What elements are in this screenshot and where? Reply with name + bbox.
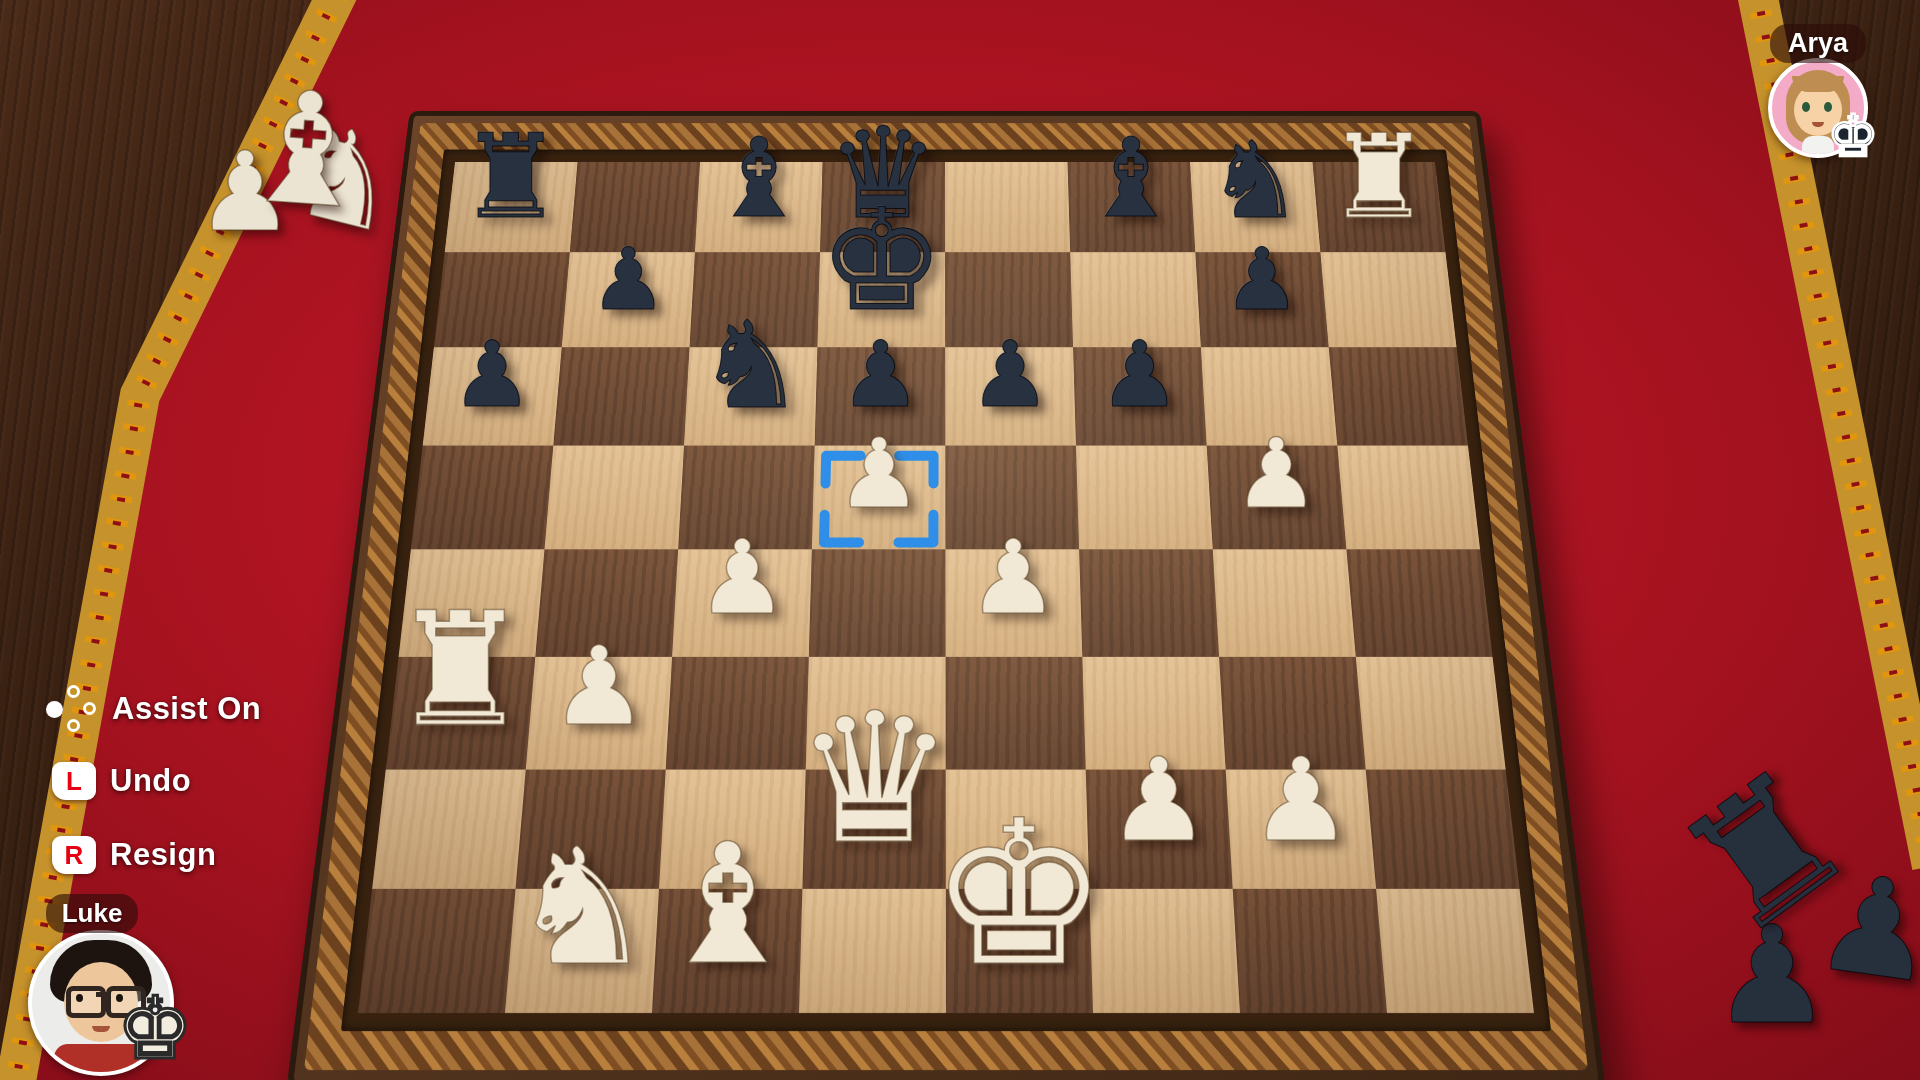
white-king-e1[interactable]: ♚ xyxy=(929,794,1109,994)
black-pawn-a6[interactable]: ♟ xyxy=(451,329,533,420)
black-pawn-g7[interactable]: ♟ xyxy=(1224,237,1301,323)
black-pawn-d6[interactable]: ♟ xyxy=(840,329,922,420)
black-pawn-b7[interactable]: ♟ xyxy=(590,237,667,323)
arya-bangs xyxy=(1792,76,1844,92)
white-pawn-c4[interactable]: ♟ xyxy=(696,527,788,630)
player-name-top: Arya xyxy=(1770,24,1866,63)
r-button-badge: R xyxy=(52,836,96,874)
player-name-bottom: Luke xyxy=(46,894,138,933)
black-pawn-f6[interactable]: ♟ xyxy=(1099,329,1181,420)
white-pawn-f2[interactable]: ♟ xyxy=(1107,743,1210,858)
l-button-badge: L xyxy=(52,762,96,800)
black-pawn-e6[interactable]: ♟ xyxy=(969,329,1051,420)
white-pawn-d5[interactable]: ♟ xyxy=(836,426,923,523)
resign-label: Resign xyxy=(110,837,216,873)
white-rook-a3[interactable]: ♜ xyxy=(390,592,531,749)
luke-glasses-bridge xyxy=(96,992,108,997)
resign-button[interactable]: R Resign xyxy=(52,836,216,874)
white-knight-b1[interactable]: ♞ xyxy=(510,827,655,988)
arya-eye-left xyxy=(1802,102,1810,112)
black-bishop-f8[interactable]: ♝ xyxy=(1082,124,1180,233)
white-bishop-c1[interactable]: ♝ xyxy=(653,823,802,989)
white-pawn-g2[interactable]: ♟ xyxy=(1249,743,1352,858)
game-table: ♜♝♛♝♞♜♟♚♟♟♞♟♟♟♟♟♟♟♜♟♛♟♟♞♝♚ ♝♞♟ ♜♟♟ Assis… xyxy=(0,0,1920,1080)
black-knight-c6[interactable]: ♞ xyxy=(697,305,805,425)
captured-white-bishop: ♝ xyxy=(232,68,381,232)
luke-glasses-left xyxy=(66,986,106,1018)
black-king-d7[interactable]: ♚ xyxy=(819,191,945,332)
white-pawn-g5[interactable]: ♟ xyxy=(1233,426,1320,523)
assist-toggle[interactable]: Assist On xyxy=(46,684,261,734)
white-rook-h8[interactable]: ♜ xyxy=(1327,118,1431,234)
undo-label: Undo xyxy=(110,763,191,799)
black-bishop-c8[interactable]: ♝ xyxy=(710,124,808,233)
white-pawn-e4[interactable]: ♟ xyxy=(967,527,1059,630)
white-pawn-b3[interactable]: ♟ xyxy=(550,633,648,742)
black-knight-g8[interactable]: ♞ xyxy=(1208,127,1303,233)
black-rook-a8[interactable]: ♜ xyxy=(459,118,563,234)
white-side-king-icon: ♚ xyxy=(116,985,193,1071)
assist-label: Assist On xyxy=(112,691,261,727)
black-side-king-icon: ♚ xyxy=(1827,107,1879,165)
luke-eye-left xyxy=(76,994,83,1002)
undo-button[interactable]: L Undo xyxy=(52,762,191,800)
controller-buttons-icon xyxy=(46,684,98,734)
